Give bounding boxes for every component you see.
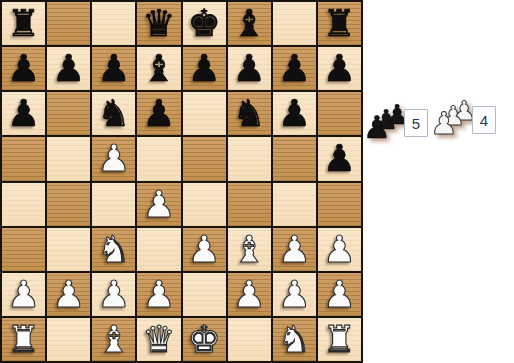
square-c7[interactable]: ♟ bbox=[92, 47, 135, 90]
white-pawn-piece: ♟ bbox=[97, 140, 130, 177]
square-c5[interactable]: ♟ bbox=[92, 137, 135, 180]
black-queen-piece: ♛ bbox=[142, 5, 175, 42]
square-h2[interactable]: ♟ bbox=[318, 273, 361, 316]
black-rook-piece: ♜ bbox=[7, 5, 40, 42]
square-b5[interactable] bbox=[47, 137, 90, 180]
square-b7[interactable]: ♟ bbox=[47, 47, 90, 90]
square-f4[interactable] bbox=[228, 183, 271, 226]
square-h6[interactable] bbox=[318, 92, 361, 135]
square-a3[interactable] bbox=[2, 228, 45, 271]
square-g6[interactable]: ♟ bbox=[273, 92, 316, 135]
square-g1[interactable]: ♞ bbox=[273, 318, 316, 361]
black-pawn-glyph: ♟ bbox=[363, 112, 391, 143]
square-h7[interactable]: ♟ bbox=[318, 47, 361, 90]
white-pawn-piece: ♟ bbox=[278, 231, 311, 268]
square-e6[interactable] bbox=[183, 92, 226, 135]
white-pawn-piece: ♟ bbox=[142, 186, 175, 223]
white-rook-piece: ♜ bbox=[323, 321, 356, 358]
square-d7[interactable]: ♝ bbox=[137, 47, 180, 90]
square-a2[interactable]: ♟ bbox=[2, 273, 45, 316]
white-queen-piece: ♛ bbox=[142, 321, 175, 358]
black-pawn-piece: ♟ bbox=[323, 50, 356, 87]
square-b1[interactable] bbox=[47, 318, 90, 361]
black-pawn-piece: ♟ bbox=[233, 50, 266, 87]
square-b6[interactable] bbox=[47, 92, 90, 135]
square-d2[interactable]: ♟ bbox=[137, 273, 180, 316]
square-f5[interactable] bbox=[228, 137, 271, 180]
square-h5[interactable]: ♟ bbox=[318, 137, 361, 180]
square-d1[interactable]: ♛ bbox=[137, 318, 180, 361]
white-knight-piece: ♞ bbox=[278, 321, 311, 358]
square-d5[interactable] bbox=[137, 137, 180, 180]
square-g2[interactable]: ♟ bbox=[273, 273, 316, 316]
square-f8[interactable]: ♝ bbox=[228, 2, 271, 45]
black-pawn-piece: ♟ bbox=[323, 140, 356, 177]
white-pawn-piece: ♟ bbox=[142, 276, 175, 313]
black-rook-piece: ♜ bbox=[323, 5, 356, 42]
square-h8[interactable]: ♜ bbox=[318, 2, 361, 45]
white-pawn-piece: ♟ bbox=[323, 276, 356, 313]
square-e2[interactable] bbox=[183, 273, 226, 316]
square-e7[interactable]: ♟ bbox=[183, 47, 226, 90]
square-g4[interactable] bbox=[273, 183, 316, 226]
square-b2[interactable]: ♟ bbox=[47, 273, 90, 316]
square-d4[interactable]: ♟ bbox=[137, 183, 180, 226]
black-pawn-piece: ♟ bbox=[52, 50, 85, 87]
square-a8[interactable]: ♜ bbox=[2, 2, 45, 45]
square-a7[interactable]: ♟ bbox=[2, 47, 45, 90]
black-bishop-piece: ♝ bbox=[142, 50, 175, 87]
square-c1[interactable]: ♝ bbox=[92, 318, 135, 361]
square-e8[interactable]: ♚ bbox=[183, 2, 226, 45]
white-pawn-piece: ♟ bbox=[187, 231, 220, 268]
black-knight-piece: ♞ bbox=[97, 95, 130, 132]
square-c8[interactable] bbox=[92, 2, 135, 45]
black-bishop-piece: ♝ bbox=[233, 5, 266, 42]
square-c4[interactable] bbox=[92, 183, 135, 226]
square-e3[interactable]: ♟ bbox=[183, 228, 226, 271]
square-h1[interactable]: ♜ bbox=[318, 318, 361, 361]
black-pawn-count-input[interactable] bbox=[404, 109, 428, 137]
square-f3[interactable]: ♝ bbox=[228, 228, 271, 271]
square-c3[interactable]: ♞ bbox=[92, 228, 135, 271]
black-king-piece: ♚ bbox=[187, 5, 220, 42]
square-a4[interactable] bbox=[2, 183, 45, 226]
black-knight-piece: ♞ bbox=[233, 95, 266, 132]
square-c6[interactable]: ♞ bbox=[92, 92, 135, 135]
black-pawn-piece: ♟ bbox=[278, 50, 311, 87]
white-pawn-piece: ♟ bbox=[97, 276, 130, 313]
white-pawn-piece: ♟ bbox=[323, 231, 356, 268]
square-g7[interactable]: ♟ bbox=[273, 47, 316, 90]
square-c2[interactable]: ♟ bbox=[92, 273, 135, 316]
square-f7[interactable]: ♟ bbox=[228, 47, 271, 90]
white-pawn-glyph: ♟ bbox=[430, 108, 458, 139]
white-king-piece: ♚ bbox=[187, 321, 220, 358]
square-a5[interactable] bbox=[2, 137, 45, 180]
white-knight-piece: ♞ bbox=[97, 231, 130, 268]
square-d6[interactable]: ♟ bbox=[137, 92, 180, 135]
square-h3[interactable]: ♟ bbox=[318, 228, 361, 271]
square-e4[interactable] bbox=[183, 183, 226, 226]
square-a6[interactable]: ♟ bbox=[2, 92, 45, 135]
square-f1[interactable] bbox=[228, 318, 271, 361]
square-h4[interactable] bbox=[318, 183, 361, 226]
black-pawn-piece: ♟ bbox=[97, 50, 130, 87]
white-pawn-piece: ♟ bbox=[52, 276, 85, 313]
square-b8[interactable] bbox=[47, 2, 90, 45]
square-e5[interactable] bbox=[183, 137, 226, 180]
black-pawn-piece: ♟ bbox=[7, 95, 40, 132]
square-d3[interactable] bbox=[137, 228, 180, 271]
square-f2[interactable]: ♟ bbox=[228, 273, 271, 316]
black-pawn-piece: ♟ bbox=[142, 95, 175, 132]
square-b3[interactable] bbox=[47, 228, 90, 271]
chess-counting-exercise: ♜♛♚♝♜♟♟♟♝♟♟♟♟♟♞♟♞♟♟♟♟♞♟♝♟♟♟♟♟♟♟♟♟♜♝♛♚♞♜ … bbox=[0, 0, 514, 363]
black-pawn-piece: ♟ bbox=[278, 95, 311, 132]
black-pawn-piece: ♟ bbox=[7, 50, 40, 87]
square-g5[interactable] bbox=[273, 137, 316, 180]
white-rook-piece: ♜ bbox=[7, 321, 40, 358]
square-g3[interactable]: ♟ bbox=[273, 228, 316, 271]
square-e1[interactable]: ♚ bbox=[183, 318, 226, 361]
white-pawn-piece: ♟ bbox=[233, 276, 266, 313]
square-g8[interactable] bbox=[273, 2, 316, 45]
square-d8[interactable]: ♛ bbox=[137, 2, 180, 45]
white-pawn-piece: ♟ bbox=[278, 276, 311, 313]
white-bishop-piece: ♝ bbox=[233, 231, 266, 268]
white-pawn-count-input[interactable] bbox=[472, 106, 496, 134]
chess-board: ♜♛♚♝♜♟♟♟♝♟♟♟♟♟♞♟♞♟♟♟♟♞♟♝♟♟♟♟♟♟♟♟♟♜♝♛♚♞♜ bbox=[0, 0, 363, 363]
white-bishop-piece: ♝ bbox=[97, 321, 130, 358]
square-b4[interactable] bbox=[47, 183, 90, 226]
white-pawn-piece: ♟ bbox=[7, 276, 40, 313]
black-pawn-piece: ♟ bbox=[187, 50, 220, 87]
square-f6[interactable]: ♞ bbox=[228, 92, 271, 135]
square-a1[interactable]: ♜ bbox=[2, 318, 45, 361]
